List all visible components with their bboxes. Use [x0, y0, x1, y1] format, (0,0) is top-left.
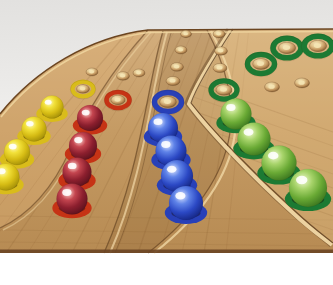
board-hole[interactable]	[213, 30, 225, 38]
marble-highlight	[268, 152, 279, 160]
marble-body	[289, 169, 327, 207]
hole-center	[314, 43, 321, 48]
hole-center	[257, 61, 264, 66]
board-hole[interactable]	[265, 82, 280, 92]
hole-center	[174, 65, 179, 69]
board-hole[interactable]	[166, 76, 180, 85]
hole-center	[80, 87, 85, 91]
green-ring[interactable]	[245, 52, 277, 76]
hole-center	[216, 32, 221, 35]
board-hole[interactable]	[86, 68, 98, 76]
ring-hole[interactable]	[111, 95, 125, 104]
yellow-ring[interactable]	[70, 80, 95, 99]
ring-hole[interactable]	[216, 85, 232, 96]
ring-hole[interactable]	[160, 96, 177, 107]
hole-center	[268, 85, 274, 89]
ring-hole[interactable]	[76, 85, 89, 94]
hole-center	[217, 66, 223, 70]
board-hole[interactable]	[295, 78, 310, 88]
hole-center	[115, 98, 121, 102]
marble-highlight	[161, 141, 170, 148]
marble-body	[77, 105, 103, 131]
marble-highlight	[167, 166, 177, 173]
ring-hole[interactable]	[309, 40, 326, 51]
hole-center	[220, 87, 227, 92]
red-ring[interactable]	[104, 90, 132, 111]
board-bottom-edge	[0, 250, 333, 254]
board-hole[interactable]	[175, 46, 187, 54]
board-hole[interactable]	[215, 47, 228, 56]
marble-highlight	[45, 100, 52, 105]
blue-ring[interactable]	[152, 90, 184, 114]
marble-body	[69, 132, 97, 160]
hole-center	[183, 32, 188, 35]
green-ring[interactable]	[270, 36, 304, 61]
hole-center	[120, 74, 125, 78]
marble-highlight	[26, 121, 34, 127]
marble-body	[262, 146, 297, 181]
board-hole[interactable]	[171, 63, 184, 72]
hole-center	[298, 81, 304, 85]
marble-body	[57, 184, 88, 215]
marble-highlight	[175, 192, 185, 199]
board-game-photo	[0, 0, 333, 285]
marble-body	[22, 117, 47, 142]
ring-hole[interactable]	[253, 58, 270, 69]
marble-body	[4, 139, 30, 165]
board-hole[interactable]	[213, 63, 227, 72]
hole-center	[218, 49, 223, 53]
hole-center	[136, 71, 141, 74]
ring-hole[interactable]	[278, 42, 295, 53]
marble-highlight	[226, 104, 235, 111]
hole-center	[170, 79, 176, 83]
marble-highlight	[68, 163, 77, 169]
marble-highlight	[9, 144, 17, 150]
board-hole[interactable]	[181, 30, 192, 37]
marble-highlight	[296, 176, 307, 184]
marble-body	[63, 158, 92, 187]
marble-highlight	[82, 110, 90, 116]
marble-highlight	[154, 118, 163, 125]
marble-highlight	[62, 189, 71, 196]
marble-highlight	[74, 137, 82, 143]
hole-center	[178, 48, 183, 51]
marble-highlight	[244, 128, 254, 135]
board-hole[interactable]	[117, 72, 130, 81]
hole-center	[164, 99, 171, 104]
marble-board	[0, 0, 333, 285]
marble-body	[238, 123, 271, 156]
marble-body	[41, 96, 64, 119]
marble-body	[169, 186, 203, 220]
hole-center	[89, 70, 94, 73]
board-hole[interactable]	[133, 69, 145, 77]
hole-center	[283, 45, 290, 50]
